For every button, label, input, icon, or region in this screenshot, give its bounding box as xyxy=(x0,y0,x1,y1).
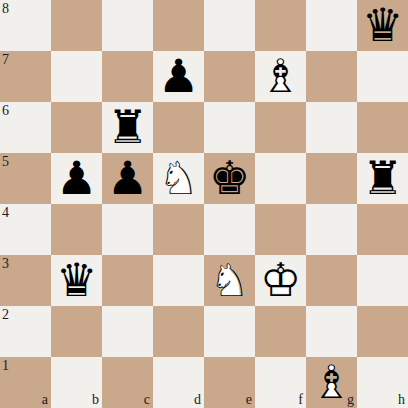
square-e6[interactable] xyxy=(204,102,255,153)
file-label-c: c xyxy=(144,393,150,407)
rank-label-3: 3 xyxy=(2,257,9,271)
knight-glyph-outline: ♘ xyxy=(204,255,255,306)
square-a3[interactable]: 3 xyxy=(0,255,51,306)
rank-label-1: 1 xyxy=(2,359,9,373)
square-d7[interactable]: ♟ xyxy=(153,51,204,102)
square-h8[interactable]: ♛ xyxy=(357,0,408,51)
square-g1[interactable]: g♝♗ xyxy=(306,357,357,408)
square-b5[interactable]: ♟ xyxy=(51,153,102,204)
rook-glyph-fill: ♜ xyxy=(102,102,153,153)
rook-glyph-fill: ♜ xyxy=(357,153,408,204)
piece-white-bishop[interactable]: ♝♗ xyxy=(306,357,357,408)
square-f8[interactable] xyxy=(255,0,306,51)
rank-label-6: 6 xyxy=(2,104,9,118)
square-f3[interactable]: ♚♔ xyxy=(255,255,306,306)
square-a1[interactable]: 1a xyxy=(0,357,51,408)
file-label-b: b xyxy=(92,393,99,407)
file-label-f: f xyxy=(298,393,303,407)
king-glyph-outline: ♔ xyxy=(255,255,306,306)
piece-white-knight[interactable]: ♞♘ xyxy=(204,255,255,306)
square-c6[interactable]: ♜ xyxy=(102,102,153,153)
square-f6[interactable] xyxy=(255,102,306,153)
square-d2[interactable] xyxy=(153,306,204,357)
square-g5[interactable] xyxy=(306,153,357,204)
square-b7[interactable] xyxy=(51,51,102,102)
chess-diagram: 8♛7♟♝♗6♜5♟♟♞♘♚♜43♛♞♘♚♔21abcdefg♝♗h xyxy=(0,0,408,408)
square-a4[interactable]: 4 xyxy=(0,204,51,255)
square-a6[interactable]: 6 xyxy=(0,102,51,153)
chess-board: 8♛7♟♝♗6♜5♟♟♞♘♚♜43♛♞♘♚♔21abcdefg♝♗h xyxy=(0,0,408,408)
square-h2[interactable] xyxy=(357,306,408,357)
square-e1[interactable]: e xyxy=(204,357,255,408)
queen-glyph-fill: ♛ xyxy=(51,255,102,306)
square-h7[interactable] xyxy=(357,51,408,102)
square-c1[interactable]: c xyxy=(102,357,153,408)
pawn-glyph-fill: ♟ xyxy=(51,153,102,204)
square-g8[interactable] xyxy=(306,0,357,51)
rank-label-4: 4 xyxy=(2,206,9,220)
square-d3[interactable] xyxy=(153,255,204,306)
square-f7[interactable]: ♝♗ xyxy=(255,51,306,102)
square-e5[interactable]: ♚ xyxy=(204,153,255,204)
queen-glyph-fill: ♛ xyxy=(357,0,408,51)
square-b4[interactable] xyxy=(51,204,102,255)
square-h1[interactable]: h xyxy=(357,357,408,408)
square-b8[interactable] xyxy=(51,0,102,51)
piece-black-pawn[interactable]: ♟ xyxy=(153,51,204,102)
square-b6[interactable] xyxy=(51,102,102,153)
square-h4[interactable] xyxy=(357,204,408,255)
square-d4[interactable] xyxy=(153,204,204,255)
rank-label-2: 2 xyxy=(2,308,9,322)
square-h6[interactable] xyxy=(357,102,408,153)
square-b2[interactable] xyxy=(51,306,102,357)
square-c3[interactable] xyxy=(102,255,153,306)
file-label-d: d xyxy=(194,393,201,407)
square-f4[interactable] xyxy=(255,204,306,255)
knight-glyph-outline: ♘ xyxy=(153,153,204,204)
rank-label-7: 7 xyxy=(2,53,9,67)
square-a8[interactable]: 8 xyxy=(0,0,51,51)
square-e3[interactable]: ♞♘ xyxy=(204,255,255,306)
square-e4[interactable] xyxy=(204,204,255,255)
piece-black-pawn[interactable]: ♟ xyxy=(51,153,102,204)
square-e7[interactable] xyxy=(204,51,255,102)
square-b1[interactable]: b xyxy=(51,357,102,408)
square-f2[interactable] xyxy=(255,306,306,357)
square-c8[interactable] xyxy=(102,0,153,51)
square-g2[interactable] xyxy=(306,306,357,357)
king-glyph-fill: ♚ xyxy=(204,153,255,204)
piece-black-king[interactable]: ♚ xyxy=(204,153,255,204)
rank-label-5: 5 xyxy=(2,155,9,169)
square-d6[interactable] xyxy=(153,102,204,153)
square-d1[interactable]: d xyxy=(153,357,204,408)
file-label-a: a xyxy=(42,393,48,407)
square-d5[interactable]: ♞♘ xyxy=(153,153,204,204)
square-f5[interactable] xyxy=(255,153,306,204)
square-c5[interactable]: ♟ xyxy=(102,153,153,204)
file-label-e: e xyxy=(246,393,252,407)
piece-black-queen[interactable]: ♛ xyxy=(357,0,408,51)
square-a5[interactable]: 5 xyxy=(0,153,51,204)
square-a2[interactable]: 2 xyxy=(0,306,51,357)
square-d8[interactable] xyxy=(153,0,204,51)
square-a7[interactable]: 7 xyxy=(0,51,51,102)
file-label-h: h xyxy=(398,393,405,407)
pawn-glyph-fill: ♟ xyxy=(153,51,204,102)
square-h3[interactable] xyxy=(357,255,408,306)
square-h5[interactable]: ♜ xyxy=(357,153,408,204)
square-b3[interactable]: ♛ xyxy=(51,255,102,306)
piece-white-bishop[interactable]: ♝♗ xyxy=(255,51,306,102)
rank-label-8: 8 xyxy=(2,2,9,16)
piece-black-pawn[interactable]: ♟ xyxy=(102,153,153,204)
piece-black-rook[interactable]: ♜ xyxy=(357,153,408,204)
square-e2[interactable] xyxy=(204,306,255,357)
square-e8[interactable] xyxy=(204,0,255,51)
piece-white-king[interactable]: ♚♔ xyxy=(255,255,306,306)
square-c7[interactable] xyxy=(102,51,153,102)
square-c2[interactable] xyxy=(102,306,153,357)
bishop-glyph-outline: ♗ xyxy=(306,357,357,408)
bishop-glyph-outline: ♗ xyxy=(255,51,306,102)
square-g4[interactable] xyxy=(306,204,357,255)
piece-black-queen[interactable]: ♛ xyxy=(51,255,102,306)
pawn-glyph-fill: ♟ xyxy=(102,153,153,204)
square-g6[interactable] xyxy=(306,102,357,153)
square-g3[interactable] xyxy=(306,255,357,306)
square-c4[interactable] xyxy=(102,204,153,255)
piece-black-rook[interactable]: ♜ xyxy=(102,102,153,153)
square-g7[interactable] xyxy=(306,51,357,102)
piece-white-knight[interactable]: ♞♘ xyxy=(153,153,204,204)
square-f1[interactable]: f xyxy=(255,357,306,408)
